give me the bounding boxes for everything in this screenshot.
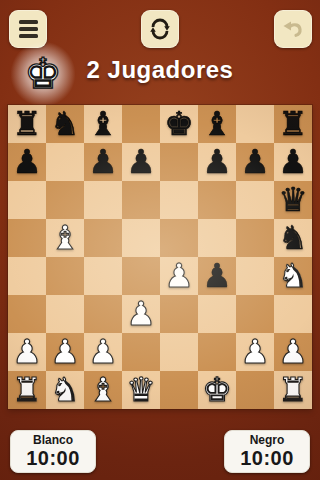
white-bishop: ♝ <box>88 373 118 406</box>
square-c7[interactable]: ♟ <box>84 143 122 181</box>
square-a2[interactable]: ♟ <box>8 333 46 371</box>
square-a3[interactable] <box>8 295 46 333</box>
square-a1[interactable]: ♜ <box>8 371 46 409</box>
square-h4[interactable]: ♞ <box>274 257 312 295</box>
clocks-row: Blanco 10:00 Negro 10:00 <box>10 430 310 473</box>
square-d1[interactable]: ♛ <box>122 371 160 409</box>
square-g1[interactable] <box>236 371 274 409</box>
page-title: 2 Jugadores <box>0 56 320 84</box>
white-rook: ♜ <box>278 373 308 406</box>
square-a5[interactable] <box>8 219 46 257</box>
black-pawn: ♟ <box>278 145 308 178</box>
square-b4[interactable] <box>46 257 84 295</box>
square-g8[interactable] <box>236 105 274 143</box>
chess-app: ♚ 2 Jugadores ♜♞♝♚♝♜♟♟♟♟♟♟♛♝♞♟♟♞♟♟♟♟♟♟♜♞… <box>0 0 320 480</box>
white-pawn: ♟ <box>88 335 118 368</box>
black-pawn: ♟ <box>88 145 118 178</box>
black-clock-time: 10:00 <box>240 448 294 469</box>
white-clock-time: 10:00 <box>26 448 80 469</box>
square-b5[interactable]: ♝ <box>46 219 84 257</box>
square-a7[interactable]: ♟ <box>8 143 46 181</box>
square-b3[interactable] <box>46 295 84 333</box>
white-queen: ♛ <box>126 373 156 406</box>
square-f7[interactable]: ♟ <box>198 143 236 181</box>
black-knight: ♞ <box>278 221 308 254</box>
white-pawn: ♟ <box>12 335 42 368</box>
square-d7[interactable]: ♟ <box>122 143 160 181</box>
square-e8[interactable]: ♚ <box>160 105 198 143</box>
black-rook: ♜ <box>278 107 308 140</box>
square-e3[interactable] <box>160 295 198 333</box>
square-d6[interactable] <box>122 181 160 219</box>
square-g2[interactable]: ♟ <box>236 333 274 371</box>
black-clock: Negro 10:00 <box>224 430 310 473</box>
undo-button[interactable] <box>274 10 312 48</box>
white-pawn: ♟ <box>164 259 194 292</box>
square-h1[interactable]: ♜ <box>274 371 312 409</box>
white-knight: ♞ <box>50 373 80 406</box>
square-h7[interactable]: ♟ <box>274 143 312 181</box>
undo-arrow-icon <box>281 17 305 41</box>
square-e5[interactable] <box>160 219 198 257</box>
square-b2[interactable]: ♟ <box>46 333 84 371</box>
black-bishop: ♝ <box>88 107 118 140</box>
white-clock: Blanco 10:00 <box>10 430 96 473</box>
square-g4[interactable] <box>236 257 274 295</box>
new-game-button[interactable] <box>141 10 179 48</box>
square-g5[interactable] <box>236 219 274 257</box>
square-e6[interactable] <box>160 181 198 219</box>
white-knight: ♞ <box>278 259 308 292</box>
square-b6[interactable] <box>46 181 84 219</box>
square-b1[interactable]: ♞ <box>46 371 84 409</box>
black-pawn: ♟ <box>240 145 270 178</box>
black-pawn: ♟ <box>202 259 232 292</box>
square-g6[interactable] <box>236 181 274 219</box>
square-d5[interactable] <box>122 219 160 257</box>
square-c5[interactable] <box>84 219 122 257</box>
chess-board: ♜♞♝♚♝♜♟♟♟♟♟♟♛♝♞♟♟♞♟♟♟♟♟♟♜♞♝♛♚♜ <box>8 105 312 409</box>
square-f3[interactable] <box>198 295 236 333</box>
black-king: ♚ <box>164 107 194 140</box>
square-f4[interactable]: ♟ <box>198 257 236 295</box>
white-clock-label: Blanco <box>33 434 73 448</box>
white-pawn: ♟ <box>126 297 156 330</box>
square-c8[interactable]: ♝ <box>84 105 122 143</box>
black-clock-label: Negro <box>250 434 285 448</box>
white-king: ♚ <box>202 373 232 406</box>
square-d2[interactable] <box>122 333 160 371</box>
square-a8[interactable]: ♜ <box>8 105 46 143</box>
square-f5[interactable] <box>198 219 236 257</box>
black-rook: ♜ <box>12 107 42 140</box>
square-e2[interactable] <box>160 333 198 371</box>
square-c2[interactable]: ♟ <box>84 333 122 371</box>
square-d3[interactable]: ♟ <box>122 295 160 333</box>
black-pawn: ♟ <box>202 145 232 178</box>
square-f8[interactable]: ♝ <box>198 105 236 143</box>
square-b7[interactable] <box>46 143 84 181</box>
black-pawn: ♟ <box>126 145 156 178</box>
square-f2[interactable] <box>198 333 236 371</box>
black-pawn: ♟ <box>12 145 42 178</box>
black-bishop: ♝ <box>202 107 232 140</box>
square-h6[interactable]: ♛ <box>274 181 312 219</box>
square-e1[interactable] <box>160 371 198 409</box>
white-pawn: ♟ <box>50 335 80 368</box>
square-h5[interactable]: ♞ <box>274 219 312 257</box>
square-f1[interactable]: ♚ <box>198 371 236 409</box>
square-g7[interactable]: ♟ <box>236 143 274 181</box>
square-c4[interactable] <box>84 257 122 295</box>
square-a4[interactable] <box>8 257 46 295</box>
square-a6[interactable] <box>8 181 46 219</box>
white-bishop: ♝ <box>50 221 80 254</box>
white-pawn: ♟ <box>278 335 308 368</box>
square-e4[interactable]: ♟ <box>160 257 198 295</box>
hamburger-menu-icon <box>19 20 38 38</box>
square-g3[interactable] <box>236 295 274 333</box>
black-knight: ♞ <box>50 107 80 140</box>
white-rook: ♜ <box>12 373 42 406</box>
square-h3[interactable] <box>274 295 312 333</box>
square-d8[interactable] <box>122 105 160 143</box>
square-h8[interactable]: ♜ <box>274 105 312 143</box>
square-b8[interactable]: ♞ <box>46 105 84 143</box>
square-f6[interactable] <box>198 181 236 219</box>
square-c1[interactable]: ♝ <box>84 371 122 409</box>
square-e7[interactable] <box>160 143 198 181</box>
black-queen: ♛ <box>278 183 308 216</box>
white-pawn: ♟ <box>240 335 270 368</box>
square-d4[interactable] <box>122 257 160 295</box>
square-c3[interactable] <box>84 295 122 333</box>
refresh-icon <box>148 17 172 41</box>
square-h2[interactable]: ♟ <box>274 333 312 371</box>
square-c6[interactable] <box>84 181 122 219</box>
